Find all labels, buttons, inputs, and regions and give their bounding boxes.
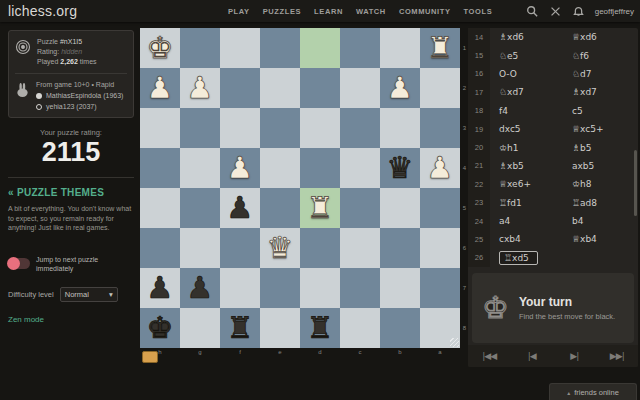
board-square-e5[interactable]	[260, 188, 300, 228]
chess-piece-bP-g7[interactable]: ♟	[187, 268, 214, 308]
move-number: 22	[468, 175, 490, 193]
move-22-black[interactable]: ♔h8	[563, 179, 636, 189]
board-square-g2[interactable]: ♟	[180, 68, 220, 108]
your-turn-card: ♚ Your turn Find the best move for black…	[472, 273, 634, 343]
your-turn-title: Your turn	[519, 295, 615, 309]
rank-label-3: 3	[461, 108, 468, 148]
difficulty-select[interactable]: Normal ▾	[60, 287, 118, 302]
board-square-a4[interactable]: ♟	[420, 148, 460, 188]
board-square-g8[interactable]	[180, 308, 220, 348]
chess-board: ♚♜♟♟♟♟♛♟♟♜♛♟♟♚♜♜	[140, 28, 460, 348]
board-square-h1[interactable]: ♚	[140, 28, 180, 68]
move-list: 14♗xd6♕xd615♘e5♘f616O-O♘d717♘xd7♗xd718f4…	[468, 28, 638, 268]
move-26-white[interactable]: ♖xd5	[490, 251, 563, 265]
move-number: 19	[468, 120, 490, 138]
board-square-e2[interactable]	[260, 68, 300, 108]
file-label-e: e	[260, 348, 300, 356]
board-square-e3[interactable]	[260, 108, 300, 148]
file-label-f: f	[220, 348, 260, 356]
search-icon[interactable]	[526, 5, 539, 18]
white-disc-icon	[36, 93, 42, 99]
board-square-b2[interactable]: ♟	[380, 68, 420, 108]
board-square-c4[interactable]	[340, 148, 380, 188]
puzzle-themes-block: « PUZZLE THEMES A bit of everything. You…	[8, 177, 134, 324]
board-square-d8[interactable]: ♜	[300, 308, 340, 348]
move-number: 16	[468, 65, 490, 83]
move-row-25: 25cxb4♕xb4	[468, 230, 638, 248]
move-row-22: 22♕xe6+♔h8	[468, 175, 638, 193]
toggle-knob	[7, 257, 20, 270]
lichess-logo[interactable]: lichess.org	[8, 3, 77, 19]
username[interactable]: geoffjeffrey	[595, 7, 634, 16]
file-label-g: g	[180, 348, 220, 356]
puzzle-rating-line: Rating: hidden	[37, 47, 97, 57]
file-coordinates: hgfedcba	[140, 348, 460, 356]
rank-label-2: 2	[461, 68, 468, 108]
board-square-g1[interactable]	[180, 28, 220, 68]
move-15-white[interactable]: ♘e5	[490, 51, 563, 61]
board-square-c5[interactable]	[340, 188, 380, 228]
board-square-e4[interactable]	[260, 148, 300, 188]
header-right: geoffjeffrey	[526, 5, 634, 18]
board-square-b7[interactable]	[380, 268, 420, 308]
board-square-e7[interactable]	[260, 268, 300, 308]
friends-online-label: friends online	[574, 388, 619, 397]
board-square-a7[interactable]	[420, 268, 460, 308]
chess-piece-wP-a4[interactable]: ♟	[427, 148, 454, 188]
move-row-16: 16O-O♘d7	[468, 65, 638, 83]
board-square-h2[interactable]: ♟	[140, 68, 180, 108]
menu-item-play[interactable]: PLAY	[228, 7, 250, 16]
board-square-b6[interactable]	[380, 228, 420, 268]
board-square-g3[interactable]	[180, 108, 220, 148]
menu-item-tools[interactable]: TOOLS	[464, 7, 493, 16]
rank-label-5: 5	[461, 188, 468, 228]
move-nav-buttons: |◀◀|◀▶|▶▶|	[468, 345, 638, 367]
board-square-f6[interactable]	[220, 228, 260, 268]
chess-piece-wK-h1[interactable]: ♚	[147, 28, 174, 68]
move-18-white[interactable]: f4	[490, 106, 563, 116]
board-square-a6[interactable]	[420, 228, 460, 268]
move-20-black[interactable]: ♗b5	[563, 143, 636, 153]
board-square-d4[interactable]	[300, 148, 340, 188]
board-square-h5[interactable]	[140, 188, 180, 228]
board-square-f2[interactable]	[220, 68, 260, 108]
board-square-h6[interactable]	[140, 228, 180, 268]
board-square-c1[interactable]	[340, 28, 380, 68]
chess-piece-bR-f8[interactable]: ♜	[227, 308, 254, 348]
board-square-f5[interactable]: ♟	[220, 188, 260, 228]
move-16-white[interactable]: O-O	[490, 69, 563, 79]
chess-piece-bR-d8[interactable]: ♜	[307, 308, 334, 348]
move-14-black[interactable]: ♕xd6	[563, 32, 636, 42]
file-label-a: a	[420, 348, 460, 356]
move-23-white[interactable]: ♖fd1	[490, 198, 563, 208]
jump-next-puzzle-toggle[interactable]	[8, 258, 30, 269]
notifications-bell-icon[interactable]	[572, 5, 585, 18]
chevron-down-icon: ▾	[109, 290, 113, 299]
file-label-c: c	[340, 348, 380, 356]
board-square-d5[interactable]: ♜	[300, 188, 340, 228]
chess-piece-wP-h2[interactable]: ♟	[147, 68, 174, 108]
chess-piece-wP-b2[interactable]: ♟	[387, 68, 414, 108]
rank-label-4: 4	[461, 148, 468, 188]
move-row-21: 21♗xb5axb5	[468, 157, 638, 175]
move-22-white[interactable]: ♕xe6+	[490, 179, 563, 189]
board-square-c8[interactable]	[340, 308, 380, 348]
first-move-button[interactable]: |◀◀	[468, 345, 511, 367]
menu-item-watch[interactable]: WATCH	[356, 7, 386, 16]
your-turn-subtitle: Find the best move for black.	[519, 312, 615, 321]
jump-next-puzzle-label: Jump to next puzzle immediately	[36, 255, 134, 273]
next-move-button[interactable]: ▶|	[553, 345, 596, 367]
board-square-d6[interactable]	[300, 228, 340, 268]
move-row-18: 18f4c5	[468, 102, 638, 120]
zen-mode-link[interactable]: Zen mode	[8, 315, 134, 324]
puzzle-info-panel: Puzzle #nX1I5 Rating: hidden Played 2,26…	[8, 30, 134, 118]
chess-piece-bP-h7[interactable]: ♟	[147, 268, 174, 308]
move-row-23: 23♖fd1♖ad8	[468, 194, 638, 212]
board-square-b5[interactable]	[380, 188, 420, 228]
chess-piece-bK-h8[interactable]: ♚	[147, 308, 174, 348]
move-18-black[interactable]: c5	[563, 106, 636, 116]
your-rating-label: Your puzzle rating:	[8, 128, 134, 137]
board-square-e1[interactable]	[260, 28, 300, 68]
move-14-white[interactable]: ♗xd6	[490, 32, 563, 42]
move-number: 20	[468, 138, 490, 156]
board-square-c2[interactable]	[340, 68, 380, 108]
puzzle-sidebar: Puzzle #nX1I5 Rating: hidden Played 2,26…	[8, 30, 134, 324]
board-square-d1[interactable]	[300, 28, 340, 68]
chess-piece-wR-a1[interactable]: ♜	[427, 28, 454, 68]
board-square-g5[interactable]	[180, 188, 220, 228]
board-square-d2[interactable]	[300, 68, 340, 108]
file-label-b: b	[380, 348, 420, 356]
move-number: 14	[468, 28, 490, 46]
board-square-a3[interactable]	[420, 108, 460, 148]
move-row-26: 26♖xd5	[468, 249, 638, 267]
move-number: 24	[468, 212, 490, 230]
divider	[15, 73, 127, 74]
move-number: 18	[468, 102, 490, 120]
move-row-14: 14♗xd6♕xd6	[468, 28, 638, 46]
move-number: 25	[468, 230, 490, 248]
board-square-h8[interactable]: ♚	[140, 308, 180, 348]
chevron-up-icon: ▴	[567, 389, 570, 396]
board-square-f4[interactable]: ♟	[220, 148, 260, 188]
move-17-black[interactable]: ♗xd7	[563, 87, 636, 97]
puzzle-themes-heading[interactable]: « PUZZLE THEMES	[8, 187, 134, 198]
difficulty-label: Difficulty level	[8, 290, 54, 299]
board-marker-swatch[interactable]	[142, 351, 158, 363]
move-23-black[interactable]: ♖ad8	[563, 198, 636, 208]
move-row-17: 17♘xd7♗xd7	[468, 83, 638, 101]
move-24-black[interactable]: b4	[563, 216, 636, 226]
board-square-h7[interactable]: ♟	[140, 268, 180, 308]
board-square-f1[interactable]	[220, 28, 260, 68]
rank-label-1: 1	[461, 28, 468, 68]
move-25-white[interactable]: cxb4	[490, 234, 563, 244]
move-number: 23	[468, 194, 490, 212]
board-square-f3[interactable]	[220, 108, 260, 148]
board-square-a2[interactable]	[420, 68, 460, 108]
board-square-h3[interactable]	[140, 108, 180, 148]
move-row-24: 24a4b4	[468, 212, 638, 230]
move-21-white[interactable]: ♗xb5	[490, 161, 563, 171]
top-nav-bar: lichess.org PLAYPUZZLESLEARNWATCHCOMMUNI…	[0, 0, 640, 22]
rabbit-icon	[15, 82, 30, 98]
last-move-button[interactable]: ▶▶|	[596, 345, 639, 367]
main-menu: PLAYPUZZLESLEARNWATCHCOMMUNITYTOOLS	[228, 7, 492, 16]
move-16-black[interactable]: ♘d7	[563, 69, 636, 79]
move-15-black[interactable]: ♘f6	[563, 51, 636, 61]
puzzle-themes-description: A bit of everything. You don't know what…	[8, 204, 134, 233]
board-square-h4[interactable]	[140, 148, 180, 188]
black-disc-icon	[36, 104, 42, 110]
your-rating-block: Your puzzle rating: 2115	[8, 128, 134, 167]
board-square-c7[interactable]	[340, 268, 380, 308]
chess-piece-wP-g2[interactable]: ♟	[187, 68, 214, 108]
board-square-c3[interactable]	[340, 108, 380, 148]
menu-item-community[interactable]: COMMUNITY	[399, 7, 451, 16]
chess-piece-wP-f4[interactable]: ♟	[227, 148, 254, 188]
board-square-g6[interactable]	[180, 228, 220, 268]
target-icon	[15, 39, 31, 55]
move-list-scrollbar[interactable]	[634, 150, 637, 216]
black-king-icon: ♚	[482, 291, 509, 325]
board-resize-handle[interactable]	[450, 338, 459, 347]
board-square-e6[interactable]: ♛	[260, 228, 300, 268]
move-number: 26	[468, 249, 490, 267]
board-square-a1[interactable]: ♜	[420, 28, 460, 68]
black-player[interactable]: yehia123 (2037)	[36, 101, 123, 112]
move-21-black[interactable]: axb5	[563, 161, 636, 171]
move-row-20: 20♔h1♗b5	[468, 138, 638, 156]
move-20-white[interactable]: ♔h1	[490, 143, 563, 153]
rank-label-6: 6	[461, 228, 468, 268]
white-player[interactable]: MathiasEspindola (1963)	[36, 90, 123, 101]
board-square-d3[interactable]	[300, 108, 340, 148]
rank-label-8: 8	[461, 308, 468, 348]
rank-label-7: 7	[461, 268, 468, 308]
menu-item-puzzles[interactable]: PUZZLES	[263, 7, 301, 16]
challenge-swords-icon[interactable]	[549, 5, 562, 18]
rank-coordinates: 12345678	[461, 28, 468, 348]
board-square-f8[interactable]: ♜	[220, 308, 260, 348]
puzzle-played-line: Played 2,262 times	[37, 57, 97, 67]
puzzle-id-line[interactable]: Puzzle #nX1I5	[37, 37, 97, 47]
menu-item-learn[interactable]: LEARN	[314, 7, 343, 16]
move-24-white[interactable]: a4	[490, 216, 563, 226]
move-number: 21	[468, 157, 490, 175]
moves-panel: 14♗xd6♕xd615♘e5♘f616O-O♘d717♘xd7♗xd718f4…	[468, 28, 638, 367]
board-square-b3[interactable]	[380, 108, 420, 148]
board-square-b8[interactable]	[380, 308, 420, 348]
board-square-b1[interactable]	[380, 28, 420, 68]
board-square-f7[interactable]	[220, 268, 260, 308]
move-19-white[interactable]: dxc5	[490, 124, 563, 134]
move-number: 15	[468, 46, 490, 64]
chess-piece-bQ-b4[interactable]: ♛	[387, 148, 414, 188]
board-square-g7[interactable]: ♟	[180, 268, 220, 308]
chess-piece-wR-d5[interactable]: ♜	[307, 188, 334, 228]
friends-online-tab[interactable]: ▴ friends online	[549, 383, 637, 400]
board-square-e8[interactable]	[260, 308, 300, 348]
move-17-white[interactable]: ♘xd7	[490, 87, 563, 97]
your-rating-value: 2115	[8, 137, 134, 167]
move-19-black[interactable]: ♕xc5+	[563, 124, 636, 134]
move-row-19: 19dxc5♕xc5+	[468, 120, 638, 138]
board-square-a5[interactable]	[420, 188, 460, 228]
move-row-15: 15♘e5♘f6	[468, 46, 638, 64]
move-number: 17	[468, 83, 490, 101]
chess-piece-bP-f5[interactable]: ♟	[227, 188, 254, 228]
chess-piece-wQ-e6[interactable]: ♛	[267, 228, 294, 268]
previous-move-button[interactable]: |◀	[511, 345, 554, 367]
board-square-c6[interactable]	[340, 228, 380, 268]
move-25-black[interactable]: ♕xb4	[563, 234, 636, 244]
board-square-b4[interactable]: ♛	[380, 148, 420, 188]
file-label-d: d	[300, 348, 340, 356]
board-square-d7[interactable]	[300, 268, 340, 308]
source-game-line[interactable]: From game 10+0 • Rapid	[36, 80, 123, 90]
board-square-g4[interactable]	[180, 148, 220, 188]
